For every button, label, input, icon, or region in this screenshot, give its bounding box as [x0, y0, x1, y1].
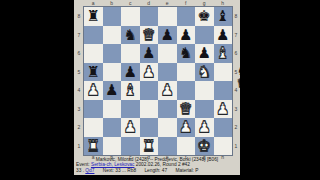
square-d7[interactable]: ♛ [140, 26, 159, 45]
square-a5[interactable]: ♜ [84, 63, 103, 82]
square-h1[interactable] [214, 137, 233, 156]
piece-wp-e4: ♟ [158, 81, 177, 100]
piece-bn-f6: ♞ [177, 44, 196, 63]
square-h5[interactable] [214, 63, 233, 82]
square-c8[interactable] [121, 7, 140, 26]
piece-bn-c7: ♞ [121, 26, 140, 45]
piece-wq-d7: ♛ [140, 26, 159, 45]
piece-wb-h6: ♝ [214, 44, 233, 63]
square-b2[interactable] [103, 118, 122, 137]
piece-bb-h8: ♝ [214, 7, 233, 26]
square-a6[interactable] [84, 44, 103, 63]
square-g1[interactable]: ♚ [195, 137, 214, 156]
square-b3[interactable] [103, 100, 122, 119]
square-g4[interactable] [195, 81, 214, 100]
piece-wp-c2: ♟ [121, 118, 140, 137]
square-b7[interactable] [103, 26, 122, 45]
piece-bp-b4: ♟ [103, 81, 122, 100]
square-g5[interactable]: ♞ [195, 63, 214, 82]
chess-app-window: abcdefgh abcdefgh 87654321 87654321 ♜♚♝♞… [74, 0, 240, 175]
piece-bp-d6: ♟ [140, 44, 159, 63]
coord-label: 8 [76, 7, 82, 26]
square-d2[interactable] [140, 118, 159, 137]
piece-wp-d5: ♟ [140, 63, 159, 82]
square-h2[interactable] [214, 118, 233, 137]
square-f3[interactable]: ♛ [177, 100, 196, 119]
square-d5[interactable]: ♟ [140, 63, 159, 82]
square-f5[interactable] [177, 63, 196, 82]
coord-label: 2 [233, 118, 239, 137]
square-c1[interactable] [121, 137, 140, 156]
move-number: 33 . [76, 168, 84, 173]
piece-wp-h3: ♟ [214, 100, 233, 119]
square-g7[interactable] [195, 26, 214, 45]
square-a1[interactable]: ♜ [84, 137, 103, 156]
piece-wp-f2: ♟ [177, 118, 196, 137]
square-c2[interactable]: ♟ [121, 118, 140, 137]
coord-label: 2 [76, 118, 82, 137]
square-e8[interactable] [158, 7, 177, 26]
letterbox-right [240, 0, 320, 180]
square-h3[interactable]: ♟ [214, 100, 233, 119]
square-h8[interactable]: ♝ [214, 7, 233, 26]
square-e6[interactable] [158, 44, 177, 63]
tray-piece-wq: ♛ [235, 78, 240, 90]
square-e5[interactable] [158, 63, 177, 82]
square-f6[interactable]: ♞ [177, 44, 196, 63]
square-f2[interactable]: ♟ [177, 118, 196, 137]
event-link[interactable]: Serbia-ch, Leskovac [91, 162, 134, 167]
material-info: Material: P [175, 168, 198, 173]
piece-bp-f7: ♟ [177, 26, 196, 45]
rank-labels-left: 87654321 [76, 7, 82, 155]
square-c5[interactable]: ♟ [121, 63, 140, 82]
coord-label: 3 [233, 100, 239, 119]
square-c7[interactable]: ♞ [121, 26, 140, 45]
square-e2[interactable] [158, 118, 177, 137]
material-tray: ♞♛ [235, 66, 240, 90]
square-e3[interactable] [158, 100, 177, 119]
coord-label: 4 [76, 81, 82, 100]
square-a2[interactable] [84, 118, 103, 137]
piece-bp-h7: ♟ [214, 26, 233, 45]
event-label: Event: [76, 162, 90, 167]
game-info-panel: Markovic, Milorad (2428) -- Predojevic, … [74, 157, 240, 173]
coord-label: 6 [76, 44, 82, 63]
square-h6[interactable]: ♝ [214, 44, 233, 63]
square-f8[interactable] [177, 7, 196, 26]
coord-label: 1 [76, 137, 82, 156]
square-b8[interactable] [103, 7, 122, 26]
piece-wb-c4: ♝ [121, 81, 140, 100]
square-c6[interactable] [121, 44, 140, 63]
square-f1[interactable] [177, 137, 196, 156]
square-c4[interactable]: ♝ [121, 81, 140, 100]
square-b5[interactable] [103, 63, 122, 82]
square-g6[interactable]: ♟ [195, 44, 214, 63]
square-f4[interactable] [177, 81, 196, 100]
coord-label: 3 [76, 100, 82, 119]
length-info: Length: 47 [144, 168, 167, 173]
coord-label: 1 [233, 137, 239, 156]
square-e7[interactable]: ♟ [158, 26, 177, 45]
event-details: 2002.02.26, Round 2 #42 [136, 162, 190, 167]
next-move-info: Next: 33 ... Rb8 [103, 168, 136, 173]
piece-wk-g1: ♚ [195, 137, 214, 156]
square-a4[interactable]: ♟ [84, 81, 103, 100]
piece-wr-a1: ♜ [84, 137, 103, 156]
move-line: 33 . Qd7 Next: 33 ... Rb8 Length: 47 Mat… [74, 168, 240, 173]
square-f7[interactable]: ♟ [177, 26, 196, 45]
square-e1[interactable] [158, 137, 177, 156]
piece-wq-f3: ♛ [177, 100, 196, 119]
square-b6[interactable] [103, 44, 122, 63]
piece-bk-g8: ♚ [195, 7, 214, 26]
letterbox-left [0, 0, 74, 180]
square-d6[interactable]: ♟ [140, 44, 159, 63]
square-a8[interactable]: ♜ [84, 7, 103, 26]
square-a7[interactable] [84, 26, 103, 45]
coord-label: 5 [76, 63, 82, 82]
square-g2[interactable]: ♟ [195, 118, 214, 137]
coord-label: 7 [76, 26, 82, 45]
coord-label: 7 [233, 26, 239, 45]
square-e4[interactable]: ♟ [158, 81, 177, 100]
square-d8[interactable] [140, 7, 159, 26]
square-a3[interactable] [84, 100, 103, 119]
piece-wn-g5: ♞ [195, 63, 214, 82]
piece-bp-c5: ♟ [121, 63, 140, 82]
square-b4[interactable]: ♟ [103, 81, 122, 100]
move-played-link[interactable]: Qd7 [85, 168, 94, 173]
video-frame: abcdefgh abcdefgh 87654321 87654321 ♜♚♝♞… [0, 0, 320, 180]
coord-label: 8 [233, 7, 239, 26]
square-b1[interactable] [103, 137, 122, 156]
square-d1[interactable]: ♜ [140, 137, 159, 156]
piece-wp-a4: ♟ [84, 81, 103, 100]
square-d4[interactable] [140, 81, 159, 100]
piece-wr-d1: ♜ [140, 137, 159, 156]
piece-wp-g2: ♟ [195, 118, 214, 137]
square-g8[interactable]: ♚ [195, 7, 214, 26]
square-c3[interactable] [121, 100, 140, 119]
chess-board: ♜♚♝♞♛♟♟♟♟♞♟♝♜♟♟♞♟♟♝♟♛♟♟♟♟♜♜♚ [83, 6, 233, 156]
piece-br-a8: ♜ [84, 7, 103, 26]
square-d3[interactable] [140, 100, 159, 119]
square-g3[interactable] [195, 100, 214, 119]
piece-bp-e7: ♟ [158, 26, 177, 45]
piece-br-a5: ♜ [84, 63, 103, 82]
coord-label: 6 [233, 44, 239, 63]
square-h4[interactable] [214, 81, 233, 100]
square-h7[interactable]: ♟ [214, 26, 233, 45]
piece-bp-g6: ♟ [195, 44, 214, 63]
